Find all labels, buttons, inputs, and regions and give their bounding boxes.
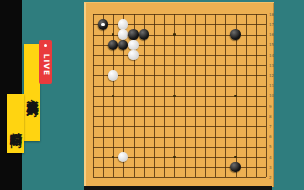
row-coordinate-label: 13 [269, 63, 274, 67]
live-badge-label: LIVE [41, 53, 50, 76]
black-stone-F16 [128, 29, 138, 39]
row-coordinate-label: 2 [269, 175, 272, 179]
video-frame[interactable]: 交流群棋友对局 精彩瞬间 LIVE 1817161514131211109876… [0, 0, 304, 190]
row-coordinate-label: 12 [269, 73, 274, 77]
grid-line-horizontal [93, 14, 266, 15]
row-coordinate-label: 14 [269, 53, 274, 57]
white-stone-E17 [118, 19, 128, 29]
grid-line-horizontal [93, 96, 266, 97]
black-stone-Q3 [230, 162, 240, 172]
grid-line-horizontal [93, 177, 266, 178]
row-coordinate-label: 18 [269, 12, 274, 16]
white-stone-F15 [128, 40, 138, 50]
row-coordinate-label: 16 [269, 33, 274, 37]
row-coordinate-label: 9 [269, 104, 272, 108]
star-point [173, 95, 176, 98]
grid-line-horizontal [93, 137, 266, 138]
last-move-marker [101, 23, 104, 26]
white-stone-E16 [118, 29, 128, 39]
grid-line-vertical [266, 14, 267, 177]
black-stone-E15 [118, 40, 128, 50]
row-coordinate-label: 5 [269, 145, 272, 149]
live-dot-icon [44, 44, 47, 47]
black-stone-D15 [108, 40, 118, 50]
row-coordinate-label: 11 [269, 84, 274, 88]
white-stone-E4 [118, 152, 128, 162]
row-coordinate-label: 7 [269, 124, 272, 128]
white-stone-F14 [128, 50, 138, 60]
grid-line-horizontal [93, 106, 266, 107]
row-coordinate-label: 8 [269, 114, 272, 118]
black-stone-G16 [139, 29, 149, 39]
row-coordinate-label: 10 [269, 94, 274, 98]
star-point [173, 156, 176, 159]
grid-line-horizontal [93, 75, 266, 76]
black-stone-C17 [98, 19, 108, 29]
grid-line-horizontal [93, 86, 266, 87]
row-coordinate-label: 17 [269, 22, 274, 26]
row-coordinate-label: 6 [269, 135, 272, 139]
row-coordinate-label: 3 [269, 165, 272, 169]
go-board[interactable]: 18171615141312111098765432 [84, 2, 274, 187]
row-coordinate-label: 4 [269, 155, 272, 159]
grid-line-horizontal [93, 147, 266, 148]
black-stone-Q16 [230, 29, 240, 39]
board-bottom-shadow [84, 186, 272, 190]
grid-line-horizontal [93, 126, 266, 127]
white-stone-D12 [108, 70, 118, 80]
grid-line-horizontal [93, 55, 266, 56]
banner-highlight-moments: 精彩瞬间 [7, 94, 24, 153]
star-point [173, 33, 176, 36]
live-badge: LIVE [39, 40, 52, 84]
row-coordinate-label: 15 [269, 43, 274, 47]
grid-line-horizontal [93, 116, 266, 117]
banner-group-match: 交流群棋友对局 [24, 44, 40, 141]
star-point [234, 95, 237, 98]
grid-line-horizontal [93, 65, 266, 66]
